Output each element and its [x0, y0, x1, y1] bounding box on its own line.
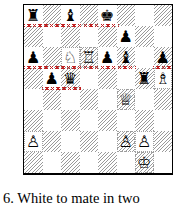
square-g8[interactable] [135, 5, 154, 26]
square-h3[interactable] [154, 110, 173, 131]
square-f8[interactable] [117, 5, 136, 26]
red-squiggle-underline [42, 87, 81, 90]
square-a7[interactable] [24, 26, 43, 47]
square-d1[interactable] [80, 152, 99, 173]
square-f6[interactable]: ♝ [117, 47, 136, 68]
square-e4[interactable] [98, 89, 117, 110]
square-a8[interactable]: ♜ [24, 5, 43, 26]
square-h8[interactable] [154, 5, 173, 26]
square-h6[interactable]: ♟ [154, 47, 173, 68]
square-a4[interactable] [24, 89, 43, 110]
white-pawn: ♙ [119, 132, 133, 152]
square-e8[interactable]: ♚ [98, 5, 117, 26]
square-c2[interactable] [61, 131, 80, 152]
square-d6[interactable]: ♖ [80, 47, 99, 68]
square-g2[interactable]: ♙ [135, 131, 154, 152]
square-d2[interactable] [80, 131, 99, 152]
chess-board: ♜♝♚♟♟♘♖♟♝♟♟♛♜♗♕♙♙♙♔ [23, 4, 173, 175]
square-e7[interactable] [98, 26, 117, 47]
puzzle-caption: 6. White to mate in two [3, 190, 140, 207]
square-c3[interactable] [61, 110, 80, 131]
white-bishop: ♗ [156, 69, 170, 89]
square-f7[interactable]: ♟ [117, 26, 136, 47]
square-g1[interactable]: ♔ [135, 152, 154, 173]
square-e2[interactable] [98, 131, 117, 152]
white-pawn: ♙ [26, 132, 40, 152]
square-h2[interactable] [154, 131, 173, 152]
square-f1[interactable] [117, 152, 136, 173]
square-b5[interactable]: ♟ [43, 68, 62, 89]
square-c8[interactable]: ♝ [61, 5, 80, 26]
red-squiggle-underline [24, 24, 119, 27]
black-pawn: ♟ [119, 27, 133, 47]
square-d3[interactable] [80, 110, 99, 131]
black-queen: ♛ [63, 69, 77, 89]
square-f4[interactable]: ♕ [117, 89, 136, 110]
square-d4[interactable] [80, 89, 99, 110]
white-king: ♔ [137, 153, 151, 173]
square-c1[interactable] [61, 152, 80, 173]
square-h1[interactable] [154, 152, 173, 173]
square-d8[interactable] [80, 5, 99, 26]
black-bishop: ♝ [119, 48, 133, 68]
black-king: ♚ [100, 6, 114, 26]
square-a5[interactable] [24, 68, 43, 89]
red-squiggle-underline [24, 66, 136, 69]
square-g5[interactable]: ♜ [135, 68, 154, 89]
square-e3[interactable] [98, 110, 117, 131]
square-g4[interactable] [135, 89, 154, 110]
square-b4[interactable] [43, 89, 62, 110]
square-d7[interactable] [80, 26, 99, 47]
square-h4[interactable] [154, 89, 173, 110]
black-pawn: ♟ [156, 48, 170, 68]
square-f3[interactable] [117, 110, 136, 131]
square-a1[interactable] [24, 152, 43, 173]
square-g3[interactable] [135, 110, 154, 131]
square-b7[interactable] [43, 26, 62, 47]
square-c4[interactable] [61, 89, 80, 110]
square-h7[interactable] [154, 26, 173, 47]
black-pawn: ♟ [26, 48, 40, 68]
square-b1[interactable] [43, 152, 62, 173]
square-a6[interactable]: ♟ [24, 47, 43, 68]
square-b3[interactable] [43, 110, 62, 131]
white-pawn: ♙ [137, 132, 151, 152]
square-f2[interactable]: ♙ [117, 131, 136, 152]
square-f5[interactable] [117, 68, 136, 89]
square-b8[interactable] [43, 5, 62, 26]
white-knight: ♘ [63, 48, 77, 68]
square-g7[interactable] [135, 26, 154, 47]
black-rook: ♜ [26, 6, 40, 26]
square-a3[interactable] [24, 110, 43, 131]
black-bishop: ♝ [63, 6, 77, 26]
square-g6[interactable] [135, 47, 154, 68]
square-h5[interactable]: ♗ [154, 68, 173, 89]
square-e6[interactable]: ♟ [98, 47, 117, 68]
red-squiggle-underline [153, 66, 172, 69]
square-c6[interactable]: ♘ [61, 47, 80, 68]
square-c5[interactable]: ♛ [61, 68, 80, 89]
white-queen: ♕ [119, 90, 133, 110]
black-pawn: ♟ [100, 48, 114, 68]
square-e1[interactable] [98, 152, 117, 173]
square-b6[interactable] [43, 47, 62, 68]
square-c7[interactable] [61, 26, 80, 47]
square-a2[interactable]: ♙ [24, 131, 43, 152]
black-rook: ♜ [137, 69, 151, 89]
square-b2[interactable] [43, 131, 62, 152]
white-rook: ♖ [82, 48, 96, 68]
chess-puzzle-diagram: ♜♝♚♟♟♘♖♟♝♟♟♛♜♗♕♙♙♙♔ 6. White to mate in … [0, 0, 179, 214]
square-d5[interactable] [80, 68, 99, 89]
square-e5[interactable] [98, 68, 117, 89]
black-pawn: ♟ [45, 69, 59, 89]
